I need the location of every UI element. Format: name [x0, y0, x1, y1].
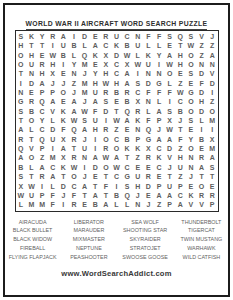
- grid-cell: V: [186, 200, 197, 209]
- grid-cell: C: [175, 191, 186, 200]
- grid-cell: H: [16, 41, 27, 50]
- grid-cell: R: [69, 200, 80, 209]
- grid-cell: A: [90, 153, 101, 162]
- grid-cell: Z: [196, 41, 207, 50]
- grid-cell: I: [69, 32, 80, 41]
- grid-cell: X: [58, 153, 69, 162]
- grid-cell: C: [111, 172, 122, 181]
- grid-cell: K: [186, 191, 197, 200]
- grid-cell: J: [69, 88, 80, 97]
- grid-cell: E: [186, 79, 197, 88]
- grid-cell: Y: [154, 51, 165, 60]
- grid-cell: H: [175, 153, 186, 162]
- grid-cell: F: [47, 200, 58, 209]
- grid-cell: H: [90, 79, 101, 88]
- grid-cell: A: [122, 116, 133, 125]
- grid-cell: Y: [90, 69, 101, 78]
- grid-cell: X: [101, 60, 112, 69]
- grid-cell: B: [122, 135, 133, 144]
- grid-cell: T: [175, 125, 186, 134]
- grid-cell: O: [111, 144, 122, 153]
- grid-cell: X: [207, 135, 218, 144]
- grid-cell: S: [101, 97, 112, 106]
- grid-cell: T: [164, 172, 175, 181]
- grid-cell: B: [16, 163, 27, 172]
- grid-cell: Z: [175, 172, 186, 181]
- grid-cell: O: [101, 135, 112, 144]
- word-item: FLYING FLAPJACK: [5, 253, 60, 262]
- grid-cell: O: [101, 163, 112, 172]
- grid-cell: Y: [186, 135, 197, 144]
- grid-cell: E: [143, 191, 154, 200]
- grid-cell: N: [143, 97, 154, 106]
- grid-cell: C: [122, 163, 133, 172]
- grid-cell: F: [143, 116, 154, 125]
- grid-cell: C: [175, 97, 186, 106]
- grid-cell: X: [164, 116, 175, 125]
- grid-cell: O: [164, 69, 175, 78]
- grid-cell: K: [154, 153, 165, 162]
- grid-cell: A: [37, 79, 48, 88]
- grid-cell: L: [47, 116, 58, 125]
- grid-cell: M: [79, 60, 90, 69]
- grid-cell: A: [90, 41, 101, 50]
- grid-cell: R: [132, 107, 143, 116]
- grid-cell: H: [90, 125, 101, 134]
- grid-cell: N: [26, 69, 37, 78]
- puzzle-frame: WORLD WAR II AIRCRAFT WORD SEARCH PUZZLE…: [3, 3, 230, 297]
- grid-cell: E: [196, 144, 207, 153]
- grid-cell: R: [16, 135, 27, 144]
- grid-cell: I: [154, 60, 165, 69]
- grid-cell: A: [90, 191, 101, 200]
- grid-cell: Z: [132, 153, 143, 162]
- grid-cell: W: [101, 153, 112, 162]
- grid-cell: K: [111, 41, 122, 50]
- grid-cell: L: [196, 116, 207, 125]
- grid-cell: W: [186, 41, 197, 50]
- grid-cell: J: [58, 79, 69, 88]
- grid-cell: R: [101, 125, 112, 134]
- grid-cell: F: [58, 125, 69, 134]
- grid-cell: A: [122, 69, 133, 78]
- grid-cell: C: [37, 107, 48, 116]
- word-list-column: SEA WOLFSHOOTING STARSKYRAIDERSTRATOJETS…: [118, 218, 173, 262]
- grid-cell: D: [143, 79, 154, 88]
- grid-cell: A: [101, 200, 112, 209]
- grid-cell: X: [58, 135, 69, 144]
- grid-cell: I: [132, 69, 143, 78]
- grid-cell: Z: [37, 153, 48, 162]
- grid-cell: O: [26, 153, 37, 162]
- grid-cell: K: [132, 116, 143, 125]
- grid-cell: K: [58, 116, 69, 125]
- grid-cell: C: [111, 60, 122, 69]
- grid-cell: A: [196, 163, 207, 172]
- grid-cell: G: [122, 172, 133, 181]
- grid-cell: S: [16, 172, 27, 181]
- grid-cell: H: [47, 60, 58, 69]
- grid-cell: W: [111, 116, 122, 125]
- grid-cell: P: [37, 88, 48, 97]
- grid-cell: W: [164, 125, 175, 134]
- grid-cell: M: [79, 88, 90, 97]
- grid-cell: Z: [207, 97, 218, 106]
- grid-cell: W: [69, 163, 80, 172]
- grid-cell: A: [111, 153, 122, 162]
- grid-cell: K: [58, 107, 69, 116]
- grid-cell: E: [132, 163, 143, 172]
- grid-cell: I: [37, 182, 48, 191]
- grid-cell: P: [47, 88, 58, 97]
- grid-cell: N: [79, 153, 90, 162]
- grid-cell: G: [154, 79, 165, 88]
- grid-cell: C: [154, 163, 165, 172]
- grid-cell: I: [58, 60, 69, 69]
- grid-cell: U: [143, 60, 154, 69]
- grid-cell: V: [207, 69, 218, 78]
- grid-cell: B: [26, 107, 37, 116]
- grid-cell: T: [37, 41, 48, 50]
- grid-cell: P: [154, 116, 165, 125]
- grid-cell: K: [143, 51, 154, 60]
- grid-cell: J: [143, 200, 154, 209]
- grid-cell: Y: [69, 60, 80, 69]
- word-item: SWOOSE GOOSE: [118, 253, 173, 262]
- grid-cell: N: [207, 60, 218, 69]
- grid-cell: J: [79, 135, 90, 144]
- grid-cell: A: [154, 107, 165, 116]
- grid-cell: K: [122, 144, 133, 153]
- grid-cell: T: [26, 172, 37, 181]
- grid-cell: J: [207, 32, 218, 41]
- grid-cell: F: [154, 32, 165, 41]
- grid-cell: S: [132, 79, 143, 88]
- grid-cell: D: [196, 69, 207, 78]
- word-item: TIGERCAT: [174, 226, 229, 235]
- grid-cell: W: [47, 51, 58, 60]
- grid-cell: A: [154, 135, 165, 144]
- grid-cell: W: [16, 191, 27, 200]
- grid-cell: G: [186, 88, 197, 97]
- grid-cell: D: [90, 163, 101, 172]
- grid-cell: A: [58, 144, 69, 153]
- grid-cell: B: [175, 107, 186, 116]
- grid-cell: A: [37, 163, 48, 172]
- grid-cell: P: [164, 200, 175, 209]
- grid-cell: Y: [37, 116, 48, 125]
- word-list-column: THUNDERBOLTTIGERCATTWIN MUSTANGWARHAWKWI…: [174, 218, 229, 262]
- grid-cell: E: [58, 69, 69, 78]
- grid-cell: N: [196, 60, 207, 69]
- grid-cell: W: [79, 107, 90, 116]
- grid-cell: D: [58, 182, 69, 191]
- grid-cell: U: [175, 163, 186, 172]
- grid-cell: P: [154, 182, 165, 191]
- grid-cell: S: [79, 116, 90, 125]
- grid-cell: N: [143, 69, 154, 78]
- grid-cell: Z: [175, 79, 186, 88]
- grid-cell: X: [101, 51, 112, 60]
- word-item: FIREBALL: [5, 244, 60, 253]
- grid-cell: A: [47, 97, 58, 106]
- grid-cell: E: [90, 32, 101, 41]
- grid-cell: S: [122, 182, 133, 191]
- puzzle-title: WORLD WAR II AIRCRAFT WORD SEARCH PUZZLE: [26, 20, 208, 30]
- grid-cell: C: [111, 135, 122, 144]
- title-row: WORLD WAR II AIRCRAFT WORD SEARCH PUZZLE: [5, 12, 228, 27]
- grid-cell: A: [79, 125, 90, 134]
- grid-cell: K: [58, 163, 69, 172]
- grid-cell: U: [58, 41, 69, 50]
- grid-cell: E: [111, 97, 122, 106]
- grid-cell: M: [47, 153, 58, 162]
- grid-cell: N: [16, 88, 27, 97]
- word-item: THUNDERBOLT: [174, 218, 229, 227]
- grid-cell: S: [16, 107, 27, 116]
- grid-cell: A: [90, 97, 101, 106]
- grid-cell: B: [196, 135, 207, 144]
- grid-cell: N: [154, 69, 165, 78]
- word-item: TWIN MUSTANG: [174, 235, 229, 244]
- grid-cell: L: [143, 107, 154, 116]
- grid-cell: G: [16, 97, 27, 106]
- grid-cell: R: [143, 153, 154, 162]
- grid-cell: E: [186, 125, 197, 134]
- grid-cell: A: [175, 200, 186, 209]
- grid-cell: U: [132, 41, 143, 50]
- grid-cell: H: [132, 182, 143, 191]
- grid-cell: L: [16, 200, 27, 209]
- grid-cell: O: [186, 144, 197, 153]
- grid-cell: V: [196, 32, 207, 41]
- grid-cell: A: [207, 153, 218, 162]
- grid-cell: X: [122, 60, 133, 69]
- word-item: BLACK WIDOW: [5, 235, 60, 244]
- grid-cell: X: [143, 144, 154, 153]
- grid-cell: T: [26, 41, 37, 50]
- grid-cell: B: [111, 191, 122, 200]
- grid-cell: A: [69, 97, 80, 106]
- grid-cell: A: [164, 191, 175, 200]
- grid-cell: T: [16, 69, 27, 78]
- grid-cell: B: [111, 88, 122, 97]
- grid-cell: Y: [37, 32, 48, 41]
- grid-cell: G: [143, 135, 154, 144]
- grid-cell: A: [47, 172, 58, 181]
- grid-cell: U: [26, 60, 37, 69]
- grid-cell: L: [26, 125, 37, 134]
- grid-cell: R: [37, 172, 48, 181]
- grid-cell: J: [79, 97, 90, 106]
- grid-cell: T: [207, 172, 218, 181]
- grid-cell: H: [175, 60, 186, 69]
- grid-cell: L: [154, 97, 165, 106]
- grid-cell: J: [58, 191, 69, 200]
- grid-cell: F: [154, 88, 165, 97]
- grid-cell: E: [122, 125, 133, 134]
- grid-cell: J: [132, 191, 143, 200]
- grid-cell: O: [186, 97, 197, 106]
- grid-cell: P: [37, 191, 48, 200]
- grid-cell: S: [164, 32, 175, 41]
- grid-cell: A: [154, 191, 165, 200]
- word-item: MIXMASTER: [61, 235, 116, 244]
- grid-cell: C: [154, 144, 165, 153]
- grid-cell: R: [196, 191, 207, 200]
- grid-cell: R: [47, 32, 58, 41]
- grid-cell: T: [122, 153, 133, 162]
- grid-cell: U: [164, 182, 175, 191]
- grid-cell: M: [26, 200, 37, 209]
- grid-cell: P: [207, 200, 218, 209]
- grid-cell: L: [47, 182, 58, 191]
- word-item: WARHAWK: [174, 244, 229, 253]
- grid-cell: T: [16, 116, 27, 125]
- grid-cell: I: [101, 116, 112, 125]
- grid-cell: N: [132, 200, 143, 209]
- grid-cell: L: [154, 41, 165, 50]
- grid-cell: L: [111, 200, 122, 209]
- grid-cell: P: [132, 135, 143, 144]
- footer-url: www.WordSearchAddict.com: [5, 269, 228, 278]
- grid-cell: R: [143, 172, 154, 181]
- word-item: STRATOJET: [118, 244, 173, 253]
- grid-cell: N: [69, 69, 80, 78]
- grid-cell: E: [37, 51, 48, 60]
- grid-cell: T: [175, 41, 186, 50]
- grid-cell: Q: [122, 191, 133, 200]
- grid-cell: J: [164, 163, 175, 172]
- grid-cell: I: [111, 182, 122, 191]
- grid-cell: H: [37, 69, 48, 78]
- grid-cell: A: [69, 107, 80, 116]
- grid-cell: U: [26, 191, 37, 200]
- grid-cell: U: [90, 88, 101, 97]
- grid-cell: D: [196, 88, 207, 97]
- grid-cell: X: [132, 97, 143, 106]
- grid-cell: O: [186, 51, 197, 60]
- grid-cell: L: [122, 200, 133, 209]
- grid-cell: E: [58, 97, 69, 106]
- grid-cell: L: [26, 163, 37, 172]
- word-item: AIRACUDA: [5, 218, 60, 227]
- grid-cell: J: [186, 172, 197, 181]
- grid-cell: E: [79, 200, 90, 209]
- grid-cell: O: [26, 116, 37, 125]
- grid-cell: A: [164, 51, 175, 60]
- grid-cell: H: [26, 51, 37, 60]
- grid-cell: L: [79, 41, 90, 50]
- grid-cell: O: [16, 51, 27, 60]
- grid-cell: I: [58, 200, 69, 209]
- grid-cell: C: [101, 41, 112, 50]
- grid-cell: Z: [69, 79, 80, 88]
- grid-cell: R: [26, 97, 37, 106]
- grid-cell: N: [186, 163, 197, 172]
- grid-cell: J: [79, 172, 90, 181]
- grid-cell: J: [47, 79, 58, 88]
- grid-cell: F: [69, 191, 80, 200]
- grid-cell: A: [16, 125, 27, 134]
- grid-cell: F: [164, 88, 175, 97]
- grid-cell: U: [111, 32, 122, 41]
- grid-cell: U: [132, 172, 143, 181]
- grid-cell: Z: [175, 144, 186, 153]
- grid-cell: S: [186, 69, 197, 78]
- word-list-column: LIBERATORMARAUDERMIXMASTERNEPTUNEPEASHOO…: [61, 218, 116, 262]
- grid-cell: P: [175, 182, 186, 191]
- grid-cell: S: [186, 116, 197, 125]
- grid-cell: E: [90, 60, 101, 69]
- grid-cell: J: [79, 69, 90, 78]
- grid-cell: L: [164, 79, 175, 88]
- grid-cell: V: [164, 153, 175, 162]
- grid-cell: R: [101, 144, 112, 153]
- grid-cell: R: [122, 88, 133, 97]
- grid-cell: I: [207, 88, 218, 97]
- grid-cell: D: [79, 32, 90, 41]
- grid-cell: F: [101, 182, 112, 191]
- grid-cell: Q: [122, 107, 133, 116]
- grid-cell: Q: [16, 144, 27, 153]
- grid-cell: D: [101, 107, 112, 116]
- grid-cell: D: [196, 107, 207, 116]
- grid-cell: B: [122, 41, 133, 50]
- grid-cell: O: [207, 107, 218, 116]
- grid-cell: O: [69, 172, 80, 181]
- grid-cell: S: [207, 163, 218, 172]
- grid-cell: S: [164, 107, 175, 116]
- grid-cell: E: [164, 41, 175, 50]
- grid-cell: U: [90, 116, 101, 125]
- grid-cell: F: [143, 32, 154, 41]
- grid-cell: R: [101, 32, 112, 41]
- grid-cell: V: [196, 200, 207, 209]
- grid-cell: Q: [37, 97, 48, 106]
- grid-cell: S: [186, 32, 197, 41]
- grid-cell: E: [175, 69, 186, 78]
- grid-cell: T: [101, 191, 112, 200]
- grid-cell: D: [111, 51, 122, 60]
- grid-cell: I: [90, 144, 101, 153]
- word-item: NEPTUNE: [61, 244, 116, 253]
- grid-cell: C: [111, 69, 122, 78]
- grid-cell: L: [69, 51, 80, 60]
- grid-cell: R: [37, 60, 48, 69]
- grid-cell: C: [37, 125, 48, 134]
- grid-cell: A: [207, 51, 218, 60]
- grid-cell: X: [47, 69, 58, 78]
- grid-cell: B: [90, 200, 101, 209]
- grid-cell: U: [47, 135, 58, 144]
- grid-cell: I: [207, 125, 218, 134]
- grid-cell: A: [79, 182, 90, 191]
- grid-cell: T: [101, 172, 112, 181]
- grid-cell: I: [90, 135, 101, 144]
- grid-cell: W: [101, 79, 112, 88]
- grid-cell: H: [175, 51, 186, 60]
- grid-cell: D: [143, 182, 154, 191]
- grid-cell: V: [47, 107, 58, 116]
- grid-cell: R: [69, 153, 80, 162]
- grid-cell: A: [164, 135, 175, 144]
- grid-cell: F: [90, 107, 101, 116]
- grid-cell: R: [196, 153, 207, 162]
- grid-cell: A: [122, 79, 133, 88]
- grid-cell: I: [47, 144, 58, 153]
- grid-cell: W: [26, 182, 37, 191]
